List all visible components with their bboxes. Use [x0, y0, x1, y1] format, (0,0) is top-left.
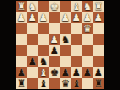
square-b6[interactable]: [82, 56, 93, 67]
square-g7[interactable]: [27, 67, 38, 78]
square-c5[interactable]: [71, 45, 82, 56]
piece-white-rook: ♜: [17, 1, 26, 12]
piece-white-queen: ♛: [83, 23, 92, 34]
square-f5[interactable]: [38, 45, 49, 56]
square-g5[interactable]: [27, 45, 38, 56]
square-d1[interactable]: [60, 1, 71, 12]
square-a6[interactable]: [93, 56, 104, 67]
square-e5[interactable]: ♟: [49, 45, 60, 56]
square-b8[interactable]: [82, 78, 93, 89]
piece-white-pawn: ♟: [28, 12, 37, 23]
square-g8[interactable]: [27, 78, 38, 89]
square-c1[interactable]: ♝: [71, 1, 82, 12]
piece-black-pawn: ♟: [17, 67, 26, 78]
square-f4[interactable]: [38, 34, 49, 45]
piece-black-king: ♚: [50, 67, 59, 78]
piece-white-pawn: ♟: [50, 34, 59, 45]
piece-white-knight: ♞: [83, 1, 92, 12]
piece-black-rook: ♜: [17, 78, 26, 89]
piece-black-bishop: ♝: [39, 78, 48, 89]
square-a4[interactable]: [93, 34, 104, 45]
piece-black-pawn: ♟: [28, 56, 37, 67]
square-h1[interactable]: ♜: [16, 1, 27, 12]
square-e2[interactable]: [49, 12, 60, 23]
square-e7[interactable]: ♚: [49, 67, 60, 78]
square-d7[interactable]: ♟: [60, 67, 71, 78]
square-e8[interactable]: [49, 78, 60, 89]
square-f8[interactable]: ♝: [38, 78, 49, 89]
square-e3[interactable]: [49, 23, 60, 34]
piece-white-king: ♚: [50, 1, 59, 12]
piece-white-pawn: ♟: [83, 12, 92, 23]
square-b2[interactable]: ♟: [82, 12, 93, 23]
square-d5[interactable]: [60, 45, 71, 56]
piece-black-rook: ♜: [94, 78, 103, 89]
square-b4[interactable]: [82, 34, 93, 45]
square-d3[interactable]: [60, 23, 71, 34]
square-b7[interactable]: ♟: [82, 67, 93, 78]
square-h8[interactable]: ♜: [16, 78, 27, 89]
piece-white-pawn: ♟: [94, 12, 103, 23]
square-d8[interactable]: ♛: [60, 78, 71, 89]
piece-white-pawn: ♟: [39, 12, 48, 23]
square-f3[interactable]: [38, 23, 49, 34]
square-h7[interactable]: ♟: [16, 67, 27, 78]
square-c4[interactable]: [71, 34, 82, 45]
square-c7[interactable]: ♟: [71, 67, 82, 78]
square-h2[interactable]: ♟: [16, 12, 27, 23]
letterbox-bar-left: [0, 0, 16, 90]
square-b5[interactable]: [82, 45, 93, 56]
piece-black-pawn: ♟: [72, 67, 81, 78]
chess-board: ♜♞♚♝♞♜♟♟♟♟♟♟♟♛♟♞♟♟♞♟♝♚♟♟♟♟♜♝♛♝♜: [16, 1, 104, 89]
square-a2[interactable]: ♟: [93, 12, 104, 23]
square-a1[interactable]: ♜: [93, 1, 104, 12]
square-a5[interactable]: [93, 45, 104, 56]
piece-white-rook: ♜: [94, 1, 103, 12]
piece-black-pawn: ♟: [83, 67, 92, 78]
letterbox-bar-right: [104, 0, 120, 90]
square-c3[interactable]: [71, 23, 82, 34]
piece-white-pawn: ♟: [72, 12, 81, 23]
piece-black-queen: ♛: [61, 78, 70, 89]
piece-black-bishop: ♝: [72, 78, 81, 89]
square-g1[interactable]: ♞: [27, 1, 38, 12]
square-a3[interactable]: [93, 23, 104, 34]
piece-black-pawn: ♟: [50, 45, 59, 56]
square-d2[interactable]: ♟: [60, 12, 71, 23]
piece-white-pawn: ♟: [61, 12, 70, 23]
square-f7[interactable]: ♝: [38, 67, 49, 78]
square-a8[interactable]: ♜: [93, 78, 104, 89]
square-g6[interactable]: ♟: [27, 56, 38, 67]
piece-black-knight: ♞: [39, 56, 48, 67]
square-g4[interactable]: [27, 34, 38, 45]
square-h6[interactable]: [16, 56, 27, 67]
piece-black-pawn: ♟: [61, 67, 70, 78]
video-letterbox-frame: { "game": "chess", "position": { "fen": …: [0, 0, 120, 90]
square-d4[interactable]: ♞: [60, 34, 71, 45]
square-f6[interactable]: ♞: [38, 56, 49, 67]
square-b3[interactable]: ♛: [82, 23, 93, 34]
piece-white-bishop: ♝: [72, 1, 81, 12]
square-e4[interactable]: ♟: [49, 34, 60, 45]
piece-black-knight: ♞: [61, 34, 70, 45]
square-h3[interactable]: [16, 23, 27, 34]
square-e6[interactable]: [49, 56, 60, 67]
square-g3[interactable]: [27, 23, 38, 34]
piece-white-pawn: ♟: [17, 12, 26, 23]
piece-white-bishop: ♝: [39, 67, 48, 78]
square-c2[interactable]: ♟: [71, 12, 82, 23]
square-c6[interactable]: [71, 56, 82, 67]
square-a7[interactable]: ♟: [93, 67, 104, 78]
square-h5[interactable]: [16, 45, 27, 56]
piece-black-pawn: ♟: [94, 67, 103, 78]
square-g2[interactable]: ♟: [27, 12, 38, 23]
square-b1[interactable]: ♞: [82, 1, 93, 12]
piece-white-knight: ♞: [28, 1, 37, 12]
square-f2[interactable]: ♟: [38, 12, 49, 23]
square-f1[interactable]: [38, 1, 49, 12]
square-e1[interactable]: ♚: [49, 1, 60, 12]
square-c8[interactable]: ♝: [71, 78, 82, 89]
square-d6[interactable]: [60, 56, 71, 67]
square-h4[interactable]: [16, 34, 27, 45]
